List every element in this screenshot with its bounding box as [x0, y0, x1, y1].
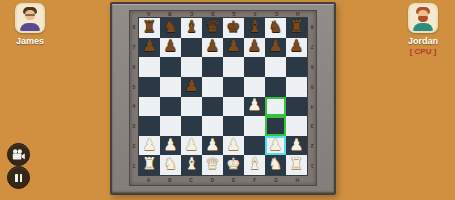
black-pawn[interactable]: ♟: [163, 38, 177, 54]
square-c2[interactable]: ♟: [181, 136, 202, 156]
file-label-h: H: [287, 176, 308, 185]
square-g3[interactable]: [265, 116, 286, 136]
square-e7[interactable]: ♟: [223, 38, 244, 58]
square-e2[interactable]: ♟: [223, 136, 244, 156]
file-label-f: F: [244, 176, 265, 185]
rank-label-8: 8: [308, 17, 316, 37]
square-a5[interactable]: [139, 77, 160, 97]
square-g4[interactable]: [265, 97, 286, 117]
square-b5[interactable]: [160, 77, 181, 97]
square-f1[interactable]: ♝: [244, 155, 265, 175]
square-g5[interactable]: [265, 77, 286, 97]
player-white: James: [6, 3, 54, 46]
square-d7[interactable]: ♟: [202, 38, 223, 58]
square-d8[interactable]: ♛: [202, 18, 223, 38]
square-d5[interactable]: [202, 77, 223, 97]
black-pawn[interactable]: ♟: [247, 38, 261, 54]
chess-board: ♜♞♝♛♚♝♞♜♟♟♟♟♟♟♟♟♟♟♟♟♟♟♟♟♜♞♝♛♚♝♞♜: [138, 17, 308, 176]
square-b4[interactable]: [160, 97, 181, 117]
black-rook[interactable]: ♜: [142, 19, 156, 35]
white-queen[interactable]: ♛: [205, 156, 219, 172]
white-king[interactable]: ♚: [226, 156, 240, 172]
square-e6[interactable]: [223, 57, 244, 77]
square-b1[interactable]: ♞: [160, 155, 181, 175]
rank-label-4: 4: [308, 97, 316, 117]
square-a1[interactable]: ♜: [139, 155, 160, 175]
white-pawn[interactable]: ♟: [268, 137, 282, 153]
square-a8[interactable]: ♜: [139, 18, 160, 38]
avatar-shirt: [413, 23, 433, 32]
rank-label-5: 5: [308, 77, 316, 97]
black-pawn[interactable]: ♟: [268, 38, 282, 54]
square-c6[interactable]: [181, 57, 202, 77]
square-h4[interactable]: [286, 97, 307, 117]
rank-label-8: 8: [130, 17, 138, 37]
app-screen: James Jordan [ CPU ] ABCDEFGH ABCDEF: [0, 0, 455, 200]
white-rook[interactable]: ♜: [142, 156, 156, 172]
white-pawn[interactable]: ♟: [205, 137, 219, 153]
square-a7[interactable]: ♟: [139, 38, 160, 58]
square-c5[interactable]: ♟: [181, 77, 202, 97]
square-b3[interactable]: [160, 116, 181, 136]
black-pawn[interactable]: ♟: [184, 78, 198, 94]
chess-board-frame: ABCDEFGH ABCDEFGH 87654321 87654321 ♜♞♝♛…: [110, 2, 336, 195]
square-h7[interactable]: ♟: [286, 38, 307, 58]
square-a3[interactable]: [139, 116, 160, 136]
black-king[interactable]: ♚: [226, 19, 240, 35]
square-h3[interactable]: [286, 116, 307, 136]
square-b8[interactable]: ♞: [160, 18, 181, 38]
square-c1[interactable]: ♝: [181, 155, 202, 175]
square-g7[interactable]: ♟: [265, 38, 286, 58]
file-labels-bottom: ABCDEFGH: [138, 176, 308, 185]
square-e8[interactable]: ♚: [223, 18, 244, 38]
square-f2[interactable]: [244, 136, 265, 156]
player-black: Jordan [ CPU ]: [394, 3, 452, 56]
square-e1[interactable]: ♚: [223, 155, 244, 175]
square-f8[interactable]: ♝: [244, 18, 265, 38]
avatar-jordan: [408, 3, 438, 33]
black-bishop[interactable]: ♝: [184, 19, 198, 35]
rank-label-4: 4: [130, 97, 138, 117]
file-label-a: A: [138, 176, 159, 185]
square-d4[interactable]: [202, 97, 223, 117]
square-c4[interactable]: [181, 97, 202, 117]
white-bishop[interactable]: ♝: [184, 156, 198, 172]
square-d2[interactable]: ♟: [202, 136, 223, 156]
black-queen[interactable]: ♛: [205, 19, 219, 35]
square-f3[interactable]: [244, 116, 265, 136]
movie-camera-icon: [12, 149, 25, 160]
black-pawn[interactable]: ♟: [205, 38, 219, 54]
black-bishop[interactable]: ♝: [247, 19, 261, 35]
white-pawn[interactable]: ♟: [142, 137, 156, 153]
avatar-beard: [418, 16, 428, 22]
square-e4[interactable]: [223, 97, 244, 117]
pause-button[interactable]: [7, 166, 30, 189]
white-pawn[interactable]: ♟: [163, 137, 177, 153]
white-pawn[interactable]: ♟: [247, 97, 261, 113]
white-knight[interactable]: ♞: [163, 156, 177, 172]
square-h1[interactable]: ♜: [286, 155, 307, 175]
white-pawn[interactable]: ♟: [226, 137, 240, 153]
square-b6[interactable]: [160, 57, 181, 77]
record-button[interactable]: [7, 143, 30, 166]
square-f6[interactable]: [244, 57, 265, 77]
square-g2[interactable]: ♟: [265, 136, 286, 156]
square-a4[interactable]: [139, 97, 160, 117]
square-b7[interactable]: ♟: [160, 38, 181, 58]
file-label-b: B: [159, 176, 180, 185]
rank-label-1: 1: [130, 156, 138, 176]
file-label-e: E: [223, 176, 244, 185]
black-knight[interactable]: ♞: [268, 19, 282, 35]
white-knight[interactable]: ♞: [268, 156, 282, 172]
rank-label-5: 5: [130, 77, 138, 97]
square-e5[interactable]: [223, 77, 244, 97]
square-f7[interactable]: ♟: [244, 38, 265, 58]
black-rook[interactable]: ♜: [289, 19, 303, 35]
square-d6[interactable]: [202, 57, 223, 77]
square-h2[interactable]: ♟: [286, 136, 307, 156]
rank-label-3: 3: [130, 116, 138, 136]
rank-label-3: 3: [308, 116, 316, 136]
avatar-glasses: [25, 14, 35, 16]
square-g1[interactable]: ♞: [265, 155, 286, 175]
rank-label-1: 1: [308, 156, 316, 176]
square-c3[interactable]: [181, 116, 202, 136]
square-f4[interactable]: ♟: [244, 97, 265, 117]
file-label-g: G: [266, 176, 287, 185]
square-h8[interactable]: ♜: [286, 18, 307, 38]
file-label-c: C: [181, 176, 202, 185]
square-h6[interactable]: [286, 57, 307, 77]
chess-board-mat: ABCDEFGH ABCDEFGH 87654321 87654321 ♜♞♝♛…: [129, 10, 317, 186]
square-h5[interactable]: [286, 77, 307, 97]
square-g6[interactable]: [265, 57, 286, 77]
white-bishop[interactable]: ♝: [247, 156, 261, 172]
rank-label-7: 7: [130, 37, 138, 57]
square-a2[interactable]: ♟: [139, 136, 160, 156]
square-a6[interactable]: [139, 57, 160, 77]
square-d1[interactable]: ♛: [202, 155, 223, 175]
rank-label-6: 6: [308, 57, 316, 77]
rank-label-2: 2: [308, 136, 316, 156]
white-pawn[interactable]: ♟: [184, 137, 198, 153]
pause-icon: [15, 174, 22, 182]
rank-labels-right: 87654321: [308, 17, 316, 176]
avatar-james: [15, 3, 45, 33]
rank-label-7: 7: [308, 37, 316, 57]
square-e3[interactable]: [223, 116, 244, 136]
square-c8[interactable]: ♝: [181, 18, 202, 38]
square-d3[interactable]: [202, 116, 223, 136]
player-name-white: James: [16, 36, 44, 46]
avatar-shirt: [20, 23, 40, 32]
square-g8[interactable]: ♞: [265, 18, 286, 38]
square-f5[interactable]: [244, 77, 265, 97]
black-pawn[interactable]: ♟: [226, 38, 240, 54]
player-name-black: Jordan: [408, 36, 438, 46]
white-pawn[interactable]: ♟: [289, 137, 303, 153]
square-c7[interactable]: [181, 38, 202, 58]
black-pawn[interactable]: ♟: [142, 38, 156, 54]
black-pawn[interactable]: ♟: [289, 38, 303, 54]
white-rook[interactable]: ♜: [289, 156, 303, 172]
black-knight[interactable]: ♞: [163, 19, 177, 35]
file-label-d: D: [202, 176, 223, 185]
rank-label-2: 2: [130, 136, 138, 156]
rank-labels-left: 87654321: [130, 17, 138, 176]
cpu-badge: [ CPU ]: [410, 47, 437, 56]
rank-label-6: 6: [130, 57, 138, 77]
square-b2[interactable]: ♟: [160, 136, 181, 156]
